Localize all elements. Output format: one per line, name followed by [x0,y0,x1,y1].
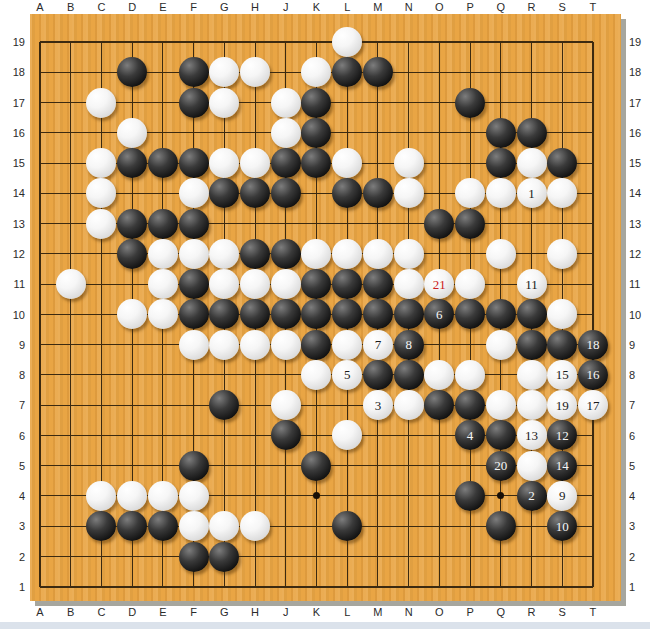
intersection-M2[interactable] [363,541,394,571]
intersection-Q17[interactable] [485,87,516,117]
intersection-J7[interactable] [270,390,301,420]
intersection-O17[interactable] [424,87,455,117]
intersection-H14[interactable] [240,178,271,208]
intersection-S19[interactable] [547,27,578,57]
intersection-G17[interactable] [209,87,240,117]
intersection-A6[interactable] [25,420,56,450]
intersection-D11[interactable] [117,269,148,299]
intersection-N7[interactable] [393,390,424,420]
intersection-S12[interactable] [547,239,578,269]
intersection-G4[interactable] [209,481,240,511]
intersection-H12[interactable] [240,239,271,269]
intersection-B15[interactable] [55,148,86,178]
intersection-B18[interactable] [55,57,86,87]
intersection-R12[interactable] [516,239,547,269]
intersection-G11[interactable] [209,269,240,299]
intersection-H7[interactable] [240,390,271,420]
intersection-A13[interactable] [25,208,56,238]
intersection-N12[interactable] [393,239,424,269]
intersection-D13[interactable] [117,208,148,238]
intersection-T7[interactable]: 17 [578,390,609,420]
intersection-G16[interactable] [209,118,240,148]
intersection-N3[interactable] [393,511,424,541]
intersection-E5[interactable] [148,451,179,481]
intersection-N19[interactable] [393,27,424,57]
intersection-K13[interactable] [301,208,332,238]
intersection-T3[interactable] [578,511,609,541]
intersection-H1[interactable] [240,572,271,602]
intersection-S9[interactable] [547,330,578,360]
intersection-B12[interactable] [55,239,86,269]
intersection-R6[interactable]: 13 [516,420,547,450]
intersection-Q15[interactable] [485,148,516,178]
intersection-E4[interactable] [148,481,179,511]
intersection-O11[interactable]: 21 [424,269,455,299]
intersection-T4[interactable] [578,481,609,511]
intersection-J1[interactable] [270,572,301,602]
intersection-C18[interactable] [86,57,117,87]
intersection-P8[interactable] [455,360,486,390]
intersection-E6[interactable] [148,420,179,450]
intersection-N1[interactable] [393,572,424,602]
intersection-F1[interactable] [178,572,209,602]
intersection-O16[interactable] [424,118,455,148]
intersection-M5[interactable] [363,451,394,481]
intersection-L8[interactable]: 5 [332,360,363,390]
intersection-A8[interactable] [25,360,56,390]
intersection-H2[interactable] [240,541,271,571]
intersection-L19[interactable] [332,27,363,57]
intersection-G5[interactable] [209,451,240,481]
intersection-S5[interactable]: 14 [547,451,578,481]
intersection-S2[interactable] [547,541,578,571]
intersection-Q5[interactable]: 20 [485,451,516,481]
intersection-S15[interactable] [547,148,578,178]
intersection-E17[interactable] [148,87,179,117]
intersection-L14[interactable] [332,178,363,208]
intersection-R13[interactable] [516,208,547,238]
intersection-O9[interactable] [424,330,455,360]
intersection-L12[interactable] [332,239,363,269]
intersection-A16[interactable] [25,118,56,148]
intersection-F11[interactable] [178,269,209,299]
intersection-F17[interactable] [178,87,209,117]
intersection-T17[interactable] [578,87,609,117]
intersection-E18[interactable] [148,57,179,87]
intersection-P13[interactable] [455,208,486,238]
intersection-G2[interactable] [209,541,240,571]
intersection-D12[interactable] [117,239,148,269]
intersection-G1[interactable] [209,572,240,602]
intersection-T15[interactable] [578,148,609,178]
intersection-T18[interactable] [578,57,609,87]
intersection-Q13[interactable] [485,208,516,238]
intersection-E11[interactable] [148,269,179,299]
intersection-L15[interactable] [332,148,363,178]
intersection-E13[interactable] [148,208,179,238]
intersection-A10[interactable] [25,299,56,329]
intersection-Q11[interactable] [485,269,516,299]
intersection-R8[interactable] [516,360,547,390]
intersection-D2[interactable] [117,541,148,571]
intersection-O19[interactable] [424,27,455,57]
intersection-M12[interactable] [363,239,394,269]
intersection-P11[interactable] [455,269,486,299]
intersection-P12[interactable] [455,239,486,269]
intersection-D8[interactable] [117,360,148,390]
intersection-C6[interactable] [86,420,117,450]
intersection-O4[interactable] [424,481,455,511]
intersection-J2[interactable] [270,541,301,571]
intersection-Q6[interactable] [485,420,516,450]
intersection-F6[interactable] [178,420,209,450]
intersection-P2[interactable] [455,541,486,571]
intersection-E12[interactable] [148,239,179,269]
intersection-O10[interactable]: 6 [424,299,455,329]
intersection-L11[interactable] [332,269,363,299]
intersection-N6[interactable] [393,420,424,450]
intersection-R2[interactable] [516,541,547,571]
intersection-B9[interactable] [55,330,86,360]
intersection-K18[interactable] [301,57,332,87]
intersection-J18[interactable] [270,57,301,87]
intersection-D9[interactable] [117,330,148,360]
intersection-R7[interactable] [516,390,547,420]
intersection-F10[interactable] [178,299,209,329]
intersection-K3[interactable] [301,511,332,541]
intersection-M19[interactable] [363,27,394,57]
intersection-L9[interactable] [332,330,363,360]
intersection-N14[interactable] [393,178,424,208]
intersection-D19[interactable] [117,27,148,57]
intersection-D16[interactable] [117,118,148,148]
intersection-T2[interactable] [578,541,609,571]
intersection-N16[interactable] [393,118,424,148]
intersection-R9[interactable] [516,330,547,360]
intersection-S11[interactable] [547,269,578,299]
intersection-O8[interactable] [424,360,455,390]
intersection-B8[interactable] [55,360,86,390]
intersection-L17[interactable] [332,87,363,117]
intersection-N13[interactable] [393,208,424,238]
intersection-M1[interactable] [363,572,394,602]
intersection-T8[interactable]: 16 [578,360,609,390]
intersection-O3[interactable] [424,511,455,541]
intersection-R19[interactable] [516,27,547,57]
intersection-O6[interactable] [424,420,455,450]
intersection-M8[interactable] [363,360,394,390]
intersection-N2[interactable] [393,541,424,571]
intersection-H9[interactable] [240,330,271,360]
intersection-H11[interactable] [240,269,271,299]
intersection-A2[interactable] [25,541,56,571]
intersection-K16[interactable] [301,118,332,148]
intersection-D6[interactable] [117,420,148,450]
intersection-E15[interactable] [148,148,179,178]
intersection-N11[interactable] [393,269,424,299]
intersection-P4[interactable] [455,481,486,511]
intersection-B2[interactable] [55,541,86,571]
intersection-B16[interactable] [55,118,86,148]
intersection-M17[interactable] [363,87,394,117]
intersection-F12[interactable] [178,239,209,269]
intersection-R16[interactable] [516,118,547,148]
intersection-D10[interactable] [117,299,148,329]
intersection-P17[interactable] [455,87,486,117]
intersection-M16[interactable] [363,118,394,148]
intersection-C14[interactable] [86,178,117,208]
intersection-D15[interactable] [117,148,148,178]
intersection-F3[interactable] [178,511,209,541]
intersection-O14[interactable] [424,178,455,208]
intersection-C19[interactable] [86,27,117,57]
intersection-E16[interactable] [148,118,179,148]
intersection-J19[interactable] [270,27,301,57]
intersection-P14[interactable] [455,178,486,208]
intersection-R10[interactable] [516,299,547,329]
intersection-E3[interactable] [148,511,179,541]
intersection-N10[interactable] [393,299,424,329]
intersection-J8[interactable] [270,360,301,390]
intersection-A17[interactable] [25,87,56,117]
intersection-R1[interactable] [516,572,547,602]
intersection-A9[interactable] [25,330,56,360]
intersection-K7[interactable] [301,390,332,420]
intersection-C2[interactable] [86,541,117,571]
intersection-Q4[interactable] [485,481,516,511]
intersection-J17[interactable] [270,87,301,117]
intersection-Q3[interactable] [485,511,516,541]
intersection-A1[interactable] [25,572,56,602]
intersection-A14[interactable] [25,178,56,208]
intersection-P1[interactable] [455,572,486,602]
intersection-O18[interactable] [424,57,455,87]
intersection-H10[interactable] [240,299,271,329]
intersection-C15[interactable] [86,148,117,178]
intersection-K5[interactable] [301,451,332,481]
intersection-P9[interactable] [455,330,486,360]
intersection-B3[interactable] [55,511,86,541]
intersection-G8[interactable] [209,360,240,390]
intersection-C8[interactable] [86,360,117,390]
intersection-P10[interactable] [455,299,486,329]
intersection-J10[interactable] [270,299,301,329]
intersection-M13[interactable] [363,208,394,238]
intersection-B11[interactable] [55,269,86,299]
intersection-J6[interactable] [270,420,301,450]
intersection-M6[interactable] [363,420,394,450]
intersection-Q2[interactable] [485,541,516,571]
intersection-M7[interactable]: 3 [363,390,394,420]
intersection-E9[interactable] [148,330,179,360]
intersection-O13[interactable] [424,208,455,238]
intersection-O1[interactable] [424,572,455,602]
intersection-J9[interactable] [270,330,301,360]
intersection-T13[interactable] [578,208,609,238]
intersection-R3[interactable] [516,511,547,541]
intersection-K1[interactable] [301,572,332,602]
intersection-F2[interactable] [178,541,209,571]
intersection-N18[interactable] [393,57,424,87]
intersection-S17[interactable] [547,87,578,117]
intersection-Q10[interactable] [485,299,516,329]
intersection-A15[interactable] [25,148,56,178]
intersection-T6[interactable] [578,420,609,450]
intersection-S13[interactable] [547,208,578,238]
intersection-A5[interactable] [25,451,56,481]
intersection-H18[interactable] [240,57,271,87]
intersection-T11[interactable] [578,269,609,299]
intersection-K9[interactable] [301,330,332,360]
intersection-G19[interactable] [209,27,240,57]
intersection-P6[interactable]: 4 [455,420,486,450]
intersection-J15[interactable] [270,148,301,178]
intersection-C9[interactable] [86,330,117,360]
intersection-O12[interactable] [424,239,455,269]
intersection-K17[interactable] [301,87,332,117]
intersection-M18[interactable] [363,57,394,87]
intersection-D1[interactable] [117,572,148,602]
intersection-S10[interactable] [547,299,578,329]
intersection-G7[interactable] [209,390,240,420]
intersection-G15[interactable] [209,148,240,178]
intersection-F9[interactable] [178,330,209,360]
intersection-J5[interactable] [270,451,301,481]
intersection-Q18[interactable] [485,57,516,87]
intersection-C12[interactable] [86,239,117,269]
intersection-L5[interactable] [332,451,363,481]
intersection-A11[interactable] [25,269,56,299]
intersection-C17[interactable] [86,87,117,117]
intersection-B19[interactable] [55,27,86,57]
intersection-T14[interactable] [578,178,609,208]
intersection-B10[interactable] [55,299,86,329]
intersection-O7[interactable] [424,390,455,420]
intersection-H5[interactable] [240,451,271,481]
intersection-H8[interactable] [240,360,271,390]
intersection-L2[interactable] [332,541,363,571]
intersection-F5[interactable] [178,451,209,481]
intersection-P7[interactable] [455,390,486,420]
intersection-S16[interactable] [547,118,578,148]
intersection-L6[interactable] [332,420,363,450]
intersection-E14[interactable] [148,178,179,208]
intersection-G14[interactable] [209,178,240,208]
intersection-Q16[interactable] [485,118,516,148]
intersection-T1[interactable] [578,572,609,602]
intersection-J12[interactable] [270,239,301,269]
intersection-M4[interactable] [363,481,394,511]
intersection-K14[interactable] [301,178,332,208]
intersection-A3[interactable] [25,511,56,541]
intersection-R15[interactable] [516,148,547,178]
intersection-O5[interactable] [424,451,455,481]
intersection-E8[interactable] [148,360,179,390]
intersection-D14[interactable] [117,178,148,208]
intersection-Q1[interactable] [485,572,516,602]
intersection-A12[interactable] [25,239,56,269]
intersection-A7[interactable] [25,390,56,420]
intersection-K15[interactable] [301,148,332,178]
intersection-K2[interactable] [301,541,332,571]
intersection-E1[interactable] [148,572,179,602]
intersection-Q19[interactable] [485,27,516,57]
intersection-A19[interactable] [25,27,56,57]
intersection-H15[interactable] [240,148,271,178]
intersection-K11[interactable] [301,269,332,299]
intersection-S7[interactable]: 19 [547,390,578,420]
intersection-N5[interactable] [393,451,424,481]
intersection-J16[interactable] [270,118,301,148]
intersection-R18[interactable] [516,57,547,87]
intersection-K12[interactable] [301,239,332,269]
intersection-M3[interactable] [363,511,394,541]
intersection-H4[interactable] [240,481,271,511]
intersection-N4[interactable] [393,481,424,511]
intersection-E19[interactable] [148,27,179,57]
intersection-C10[interactable] [86,299,117,329]
intersection-K4[interactable] [301,481,332,511]
intersection-F19[interactable] [178,27,209,57]
intersection-A4[interactable] [25,481,56,511]
intersection-B17[interactable] [55,87,86,117]
intersection-G3[interactable] [209,511,240,541]
intersection-H6[interactable] [240,420,271,450]
intersection-D17[interactable] [117,87,148,117]
intersection-C16[interactable] [86,118,117,148]
intersection-M10[interactable] [363,299,394,329]
intersection-T10[interactable] [578,299,609,329]
intersection-P3[interactable] [455,511,486,541]
intersection-F18[interactable] [178,57,209,87]
intersection-L3[interactable] [332,511,363,541]
intersection-F8[interactable] [178,360,209,390]
intersection-B13[interactable] [55,208,86,238]
intersection-B6[interactable] [55,420,86,450]
intersection-J4[interactable] [270,481,301,511]
intersection-Q7[interactable] [485,390,516,420]
intersection-L16[interactable] [332,118,363,148]
intersection-D5[interactable] [117,451,148,481]
intersection-L10[interactable] [332,299,363,329]
intersection-T12[interactable] [578,239,609,269]
intersection-C3[interactable] [86,511,117,541]
intersection-Q9[interactable] [485,330,516,360]
intersection-C4[interactable] [86,481,117,511]
intersection-S8[interactable]: 15 [547,360,578,390]
intersection-B4[interactable] [55,481,86,511]
intersection-S6[interactable]: 12 [547,420,578,450]
intersection-Q8[interactable] [485,360,516,390]
intersection-Q14[interactable] [485,178,516,208]
intersection-S4[interactable]: 9 [547,481,578,511]
intersection-J13[interactable] [270,208,301,238]
intersection-P18[interactable] [455,57,486,87]
intersection-M11[interactable] [363,269,394,299]
intersection-O2[interactable] [424,541,455,571]
intersection-M14[interactable] [363,178,394,208]
intersection-T5[interactable] [578,451,609,481]
intersection-F16[interactable] [178,118,209,148]
intersection-G18[interactable] [209,57,240,87]
intersection-E10[interactable] [148,299,179,329]
intersection-G12[interactable] [209,239,240,269]
intersection-Q12[interactable] [485,239,516,269]
intersection-P15[interactable] [455,148,486,178]
intersection-P5[interactable] [455,451,486,481]
intersection-A18[interactable] [25,57,56,87]
intersection-K8[interactable] [301,360,332,390]
